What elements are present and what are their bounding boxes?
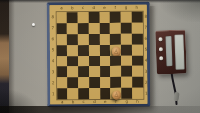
corner-vignette-top-right <box>160 0 200 22</box>
square-b8[interactable] <box>67 12 78 23</box>
coord-label-g: g <box>121 6 132 11</box>
coord-label-6: 6 <box>143 33 148 44</box>
square-d7[interactable] <box>89 23 100 34</box>
square-b7[interactable] <box>67 23 78 34</box>
square-d4[interactable] <box>89 55 100 66</box>
bottom-vignette <box>0 106 200 113</box>
square-c1[interactable] <box>78 88 89 99</box>
clock-button-2[interactable] <box>159 47 163 51</box>
coord-label-h: h <box>132 100 143 105</box>
coord-label-6: 6 <box>50 34 55 45</box>
coord-label-5: 5 <box>50 45 55 56</box>
square-d8[interactable] <box>88 12 99 23</box>
cable-connector <box>173 92 179 102</box>
board-shadow <box>150 6 156 106</box>
square-f3[interactable] <box>110 66 121 77</box>
square-g6[interactable] <box>121 34 132 45</box>
square-h4[interactable] <box>132 55 143 66</box>
coord-label-b: b <box>68 100 79 105</box>
chess-clock <box>155 29 187 74</box>
coord-label-h: h <box>131 6 142 11</box>
file-labels-top: abcdefgh <box>56 6 142 12</box>
square-e3[interactable] <box>100 66 111 77</box>
square-b6[interactable] <box>67 34 78 45</box>
square-c2[interactable] <box>78 77 89 88</box>
square-h8[interactable] <box>131 12 142 23</box>
coord-label-c: c <box>78 6 89 11</box>
square-f5[interactable]: ♙ <box>110 44 121 55</box>
square-g4[interactable] <box>121 55 132 66</box>
coord-label-4: 4 <box>144 55 149 66</box>
coord-label-d: d <box>88 6 99 11</box>
square-d6[interactable] <box>89 34 100 45</box>
square-h2[interactable] <box>132 77 143 88</box>
square-h1[interactable] <box>132 88 143 99</box>
square-d3[interactable] <box>89 66 100 77</box>
square-a1[interactable] <box>57 88 68 99</box>
square-h6[interactable] <box>132 33 143 44</box>
square-g2[interactable] <box>121 77 132 88</box>
small-white-object <box>32 23 35 26</box>
clock-display-right <box>174 34 184 69</box>
coord-label-b: b <box>67 6 78 11</box>
square-d5[interactable] <box>89 45 100 56</box>
square-c4[interactable] <box>78 56 89 67</box>
square-f8[interactable] <box>110 12 121 23</box>
piece-glyph: ♙ <box>114 92 119 98</box>
square-b1[interactable] <box>67 88 78 99</box>
coord-label-f: f <box>110 6 121 11</box>
board-grid: ♙♙ <box>56 12 143 100</box>
square-g3[interactable] <box>121 66 132 77</box>
square-e5[interactable] <box>99 45 110 56</box>
square-e2[interactable] <box>100 77 111 88</box>
square-f6[interactable] <box>110 34 121 45</box>
floor-edge-strip <box>0 0 9 113</box>
clock-button-1[interactable] <box>158 37 162 41</box>
table-edge-shadow <box>9 0 15 113</box>
square-a8[interactable] <box>56 12 67 23</box>
square-c3[interactable] <box>78 66 89 77</box>
square-c7[interactable] <box>78 23 89 34</box>
square-e4[interactable] <box>100 55 111 66</box>
square-e1[interactable] <box>100 88 111 99</box>
square-g8[interactable] <box>121 12 132 23</box>
chess-board: abcdefgh abcdefgh 87654321 87654321 ♙♙ <box>47 2 151 108</box>
square-d2[interactable] <box>89 77 100 88</box>
coord-label-d: d <box>89 100 100 105</box>
file-labels-bottom: abcdefgh <box>57 100 143 106</box>
square-e8[interactable] <box>99 12 110 23</box>
coord-label-a: a <box>56 6 67 11</box>
square-f7[interactable] <box>110 23 121 34</box>
square-g5[interactable] <box>121 44 132 55</box>
white-pawn-f1[interactable]: ♙ <box>112 90 121 100</box>
square-e6[interactable] <box>99 34 110 45</box>
coord-label-e: e <box>99 6 110 11</box>
coord-label-1: 1 <box>144 88 149 99</box>
square-c8[interactable] <box>78 12 89 23</box>
coord-label-e: e <box>100 100 111 105</box>
coord-label-8: 8 <box>143 12 148 23</box>
coord-label-4: 4 <box>51 56 56 67</box>
square-f2[interactable] <box>110 77 121 88</box>
coord-label-2: 2 <box>144 77 149 88</box>
square-a2[interactable] <box>57 77 68 88</box>
coord-label-f: f <box>111 100 122 105</box>
square-b2[interactable] <box>67 77 78 88</box>
coord-label-5: 5 <box>143 44 148 55</box>
square-a3[interactable] <box>57 67 68 78</box>
photo-scene: abcdefgh abcdefgh 87654321 87654321 ♙♙ <box>0 0 200 113</box>
rank-labels-left: 87654321 <box>50 12 56 99</box>
square-d1[interactable] <box>89 88 100 99</box>
square-g7[interactable] <box>121 23 132 34</box>
coord-label-2: 2 <box>51 78 56 89</box>
square-a6[interactable] <box>56 34 67 45</box>
square-a4[interactable] <box>57 56 68 67</box>
square-g1[interactable] <box>121 88 132 99</box>
square-f4[interactable] <box>110 55 121 66</box>
coord-label-c: c <box>78 100 89 105</box>
coord-label-8: 8 <box>50 12 55 23</box>
square-b5[interactable] <box>67 45 78 56</box>
square-b3[interactable] <box>67 67 78 78</box>
coord-label-g: g <box>121 100 132 105</box>
square-c6[interactable] <box>78 34 89 45</box>
square-e7[interactable] <box>99 23 110 34</box>
square-h7[interactable] <box>132 23 143 34</box>
square-h3[interactable] <box>132 66 143 77</box>
coord-label-3: 3 <box>51 67 56 78</box>
square-b4[interactable] <box>67 56 78 67</box>
coord-label-7: 7 <box>143 23 148 34</box>
clock-display-left <box>165 36 172 66</box>
clock-button-3[interactable] <box>159 56 163 60</box>
square-a7[interactable] <box>56 23 67 34</box>
coord-label-7: 7 <box>50 23 55 34</box>
coord-label-3: 3 <box>144 66 149 77</box>
square-h5[interactable] <box>132 44 143 55</box>
piece-glyph: ♙ <box>113 48 118 54</box>
coord-label-a: a <box>57 100 68 105</box>
square-f1[interactable]: ♙ <box>110 88 121 99</box>
rank-labels-right: 87654321 <box>143 12 149 99</box>
square-a5[interactable] <box>56 45 67 56</box>
square-c5[interactable] <box>78 45 89 56</box>
coord-label-1: 1 <box>51 88 56 99</box>
